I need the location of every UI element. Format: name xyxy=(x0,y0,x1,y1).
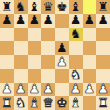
square-c4[interactable] xyxy=(28,55,42,69)
square-g1[interactable] xyxy=(83,96,97,110)
square-d5[interactable] xyxy=(41,41,55,55)
square-d4[interactable] xyxy=(41,55,55,69)
square-b7[interactable]: ♟ xyxy=(14,14,28,28)
square-f3[interactable]: ♞ xyxy=(69,69,83,83)
piece-black-pawn[interactable]: ♟ xyxy=(1,14,12,27)
square-e3[interactable] xyxy=(55,69,69,83)
piece-black-pawn[interactable]: ♟ xyxy=(15,14,26,27)
square-h3[interactable] xyxy=(96,69,110,83)
square-h8[interactable]: ♜ xyxy=(96,0,110,14)
square-f7[interactable]: ♟ xyxy=(69,14,83,28)
piece-white-rook[interactable]: ♜ xyxy=(98,96,109,109)
piece-black-knight[interactable]: ♞ xyxy=(15,0,26,13)
square-g4[interactable] xyxy=(83,55,97,69)
piece-black-pawn[interactable]: ♟ xyxy=(98,14,109,27)
piece-black-pawn[interactable]: ♟ xyxy=(29,14,40,27)
square-f2[interactable]: ♟ xyxy=(69,83,83,97)
square-b2[interactable]: ♟ xyxy=(14,83,28,97)
square-e7[interactable] xyxy=(55,14,69,28)
piece-black-rook[interactable]: ♜ xyxy=(1,0,12,13)
square-h2[interactable]: ♟ xyxy=(96,83,110,97)
piece-white-knight[interactable]: ♞ xyxy=(15,96,26,109)
piece-white-bishop[interactable]: ♝ xyxy=(70,96,81,109)
piece-black-king[interactable]: ♚ xyxy=(56,0,67,13)
square-b6[interactable] xyxy=(14,28,28,42)
square-g3[interactable] xyxy=(83,69,97,83)
square-c6[interactable] xyxy=(28,28,42,42)
square-b8[interactable]: ♞ xyxy=(14,0,28,14)
piece-black-knight[interactable]: ♞ xyxy=(70,28,81,41)
square-h4[interactable] xyxy=(96,55,110,69)
square-e5[interactable]: ♟ xyxy=(55,41,69,55)
piece-black-pawn[interactable]: ♟ xyxy=(43,14,54,27)
square-e6[interactable] xyxy=(55,28,69,42)
square-a3[interactable] xyxy=(0,69,14,83)
chess-board: ♜♞♝♛♚♝♜♟♟♟♟♟♟♟♞♟♟♞♟♟♟♟♟♟♟♜♞♝♛♚♝♜ xyxy=(0,0,110,110)
square-b3[interactable] xyxy=(14,69,28,83)
square-a8[interactable]: ♜ xyxy=(0,0,14,14)
square-f6[interactable]: ♞ xyxy=(69,28,83,42)
piece-white-rook[interactable]: ♜ xyxy=(1,96,12,109)
square-e4[interactable]: ♟ xyxy=(55,55,69,69)
piece-black-bishop[interactable]: ♝ xyxy=(70,0,81,13)
square-c1[interactable]: ♝ xyxy=(28,96,42,110)
square-c8[interactable]: ♝ xyxy=(28,0,42,14)
square-h1[interactable]: ♜ xyxy=(96,96,110,110)
square-f4[interactable] xyxy=(69,55,83,69)
square-g6[interactable] xyxy=(83,28,97,42)
square-d8[interactable]: ♛ xyxy=(41,0,55,14)
square-b5[interactable] xyxy=(14,41,28,55)
square-h5[interactable] xyxy=(96,41,110,55)
piece-white-pawn[interactable]: ♟ xyxy=(29,83,40,96)
piece-black-pawn[interactable]: ♟ xyxy=(84,14,95,27)
square-g8[interactable] xyxy=(83,0,97,14)
piece-white-bishop[interactable]: ♝ xyxy=(29,96,40,109)
square-d6[interactable] xyxy=(41,28,55,42)
piece-white-pawn[interactable]: ♟ xyxy=(15,83,26,96)
piece-white-pawn[interactable]: ♟ xyxy=(56,55,67,68)
piece-white-pawn[interactable]: ♟ xyxy=(98,83,109,96)
square-h6[interactable] xyxy=(96,28,110,42)
square-f1[interactable]: ♝ xyxy=(69,96,83,110)
square-a6[interactable] xyxy=(0,28,14,42)
piece-black-queen[interactable]: ♛ xyxy=(43,0,54,13)
piece-white-pawn[interactable]: ♟ xyxy=(70,83,81,96)
piece-black-pawn[interactable]: ♟ xyxy=(70,14,81,27)
square-h7[interactable]: ♟ xyxy=(96,14,110,28)
square-d3[interactable] xyxy=(41,69,55,83)
square-c7[interactable]: ♟ xyxy=(28,14,42,28)
piece-white-king[interactable]: ♚ xyxy=(56,96,67,109)
square-g7[interactable]: ♟ xyxy=(83,14,97,28)
piece-white-pawn[interactable]: ♟ xyxy=(1,83,12,96)
square-d7[interactable]: ♟ xyxy=(41,14,55,28)
square-d1[interactable]: ♛ xyxy=(41,96,55,110)
square-c2[interactable]: ♟ xyxy=(28,83,42,97)
square-c3[interactable] xyxy=(28,69,42,83)
piece-white-pawn[interactable]: ♟ xyxy=(84,83,95,96)
piece-white-pawn[interactable]: ♟ xyxy=(43,83,54,96)
piece-black-bishop[interactable]: ♝ xyxy=(29,0,40,13)
square-d2[interactable]: ♟ xyxy=(41,83,55,97)
square-a1[interactable]: ♜ xyxy=(0,96,14,110)
piece-white-queen[interactable]: ♛ xyxy=(43,96,54,109)
square-a7[interactable]: ♟ xyxy=(0,14,14,28)
square-g2[interactable]: ♟ xyxy=(83,83,97,97)
square-f5[interactable] xyxy=(69,41,83,55)
square-e8[interactable]: ♚ xyxy=(55,0,69,14)
square-a2[interactable]: ♟ xyxy=(0,83,14,97)
piece-black-pawn[interactable]: ♟ xyxy=(56,41,67,54)
square-g5[interactable] xyxy=(83,41,97,55)
square-c5[interactable] xyxy=(28,41,42,55)
square-a5[interactable] xyxy=(0,41,14,55)
square-b4[interactable] xyxy=(14,55,28,69)
square-f8[interactable]: ♝ xyxy=(69,0,83,14)
piece-white-knight[interactable]: ♞ xyxy=(70,69,81,82)
square-b1[interactable]: ♞ xyxy=(14,96,28,110)
piece-black-rook[interactable]: ♜ xyxy=(98,0,109,13)
square-a4[interactable] xyxy=(0,55,14,69)
square-e1[interactable]: ♚ xyxy=(55,96,69,110)
square-e2[interactable] xyxy=(55,83,69,97)
